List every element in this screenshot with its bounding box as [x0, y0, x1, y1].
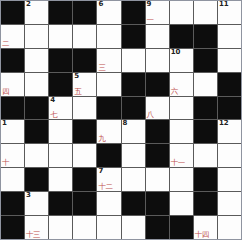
down-clue-number: 12 — [219, 119, 229, 128]
cell-r6c0[interactable]: 十 — [1, 144, 24, 167]
cell-r9c5[interactable] — [122, 216, 145, 239]
across-clue-number-chinese: 六 — [171, 87, 178, 96]
cell-r9c9[interactable] — [218, 216, 241, 239]
down-clue-number: 10 — [171, 48, 181, 57]
down-clue-number: 5 — [74, 72, 79, 81]
cell-r1c6[interactable] — [146, 25, 169, 48]
cell-r2c5[interactable] — [122, 49, 145, 72]
cell-r5c5[interactable]: 8 — [122, 120, 145, 143]
blocked-cell-r0c0 — [1, 1, 24, 24]
cell-r0c8[interactable] — [194, 1, 217, 24]
cell-r0c1[interactable]: 2 — [25, 1, 48, 24]
cell-r0c4[interactable]: 6 — [97, 1, 120, 24]
down-clue-number: 2 — [26, 0, 31, 9]
blocked-cell-r6c6 — [146, 144, 169, 167]
cell-r3c4[interactable] — [97, 73, 120, 96]
across-clue-number-chinese: 九 — [98, 134, 105, 143]
cell-r5c4[interactable]: 九 — [97, 120, 120, 143]
blocked-cell-r2c2 — [49, 49, 72, 72]
blocked-cell-r4c1 — [25, 97, 48, 120]
blocked-cell-r7c1 — [25, 168, 48, 191]
cell-r9c8[interactable]: 十四 — [194, 216, 217, 239]
across-clue-number-chinese: 十二 — [98, 182, 112, 191]
down-clue-number: 1 — [2, 119, 7, 128]
blocked-cell-r3c5 — [122, 73, 145, 96]
blocked-cell-r8c2 — [49, 192, 72, 215]
cell-r6c3[interactable] — [73, 144, 96, 167]
cell-r0c7[interactable] — [170, 1, 193, 24]
blocked-cell-r3c2 — [49, 73, 72, 96]
blocked-cell-r6c4 — [97, 144, 120, 167]
cell-r7c4[interactable]: 7十二 — [97, 168, 120, 191]
cell-r7c9[interactable] — [218, 168, 241, 191]
cell-r4c3[interactable] — [73, 97, 96, 120]
cell-r1c1[interactable] — [25, 25, 48, 48]
cell-r3c0[interactable]: 四 — [1, 73, 24, 96]
across-clue-number-chinese: 七 — [50, 110, 57, 119]
blocked-cell-r8c3 — [73, 192, 96, 215]
cell-r9c2[interactable] — [49, 216, 72, 239]
cell-r5c9[interactable]: 12 — [218, 120, 241, 143]
cell-r7c7[interactable] — [170, 168, 193, 191]
cell-r8c7[interactable] — [170, 192, 193, 215]
blocked-cell-r0c5 — [122, 1, 145, 24]
across-clue-number-chinese: 四 — [2, 87, 9, 96]
blocked-cell-r3c9 — [218, 73, 241, 96]
cell-r2c7[interactable]: 10 — [170, 49, 193, 72]
blocked-cell-r4c5 — [122, 97, 145, 120]
blocked-cell-r1c7 — [170, 25, 193, 48]
blocked-cell-r1c5 — [122, 25, 145, 48]
cell-r7c0[interactable] — [1, 168, 24, 191]
blocked-cell-r4c9 — [218, 97, 241, 120]
across-clue-number-chinese: 十 — [2, 158, 9, 167]
cell-r7c2[interactable] — [49, 168, 72, 191]
blocked-cell-r5c8 — [194, 120, 217, 143]
cell-r3c3[interactable]: 5五 — [73, 73, 96, 96]
down-clue-number: 3 — [26, 191, 31, 200]
blocked-cell-r0c3 — [73, 1, 96, 24]
across-clue-number-chinese: 十一 — [171, 158, 185, 167]
cell-r7c5[interactable] — [122, 168, 145, 191]
cell-r1c0[interactable]: 二 — [1, 25, 24, 48]
cell-r5c7[interactable] — [170, 120, 193, 143]
across-clue-number-chinese: 一 — [147, 15, 154, 24]
blocked-cell-r2c0 — [1, 49, 24, 72]
crossword-board: 269一11二三10四5五六4七八1九812十十一7十二3十三十四 — [0, 0, 242, 240]
cell-r4c7[interactable] — [170, 97, 193, 120]
cell-r3c8[interactable] — [194, 73, 217, 96]
down-clue-number: 6 — [98, 0, 103, 9]
blocked-cell-r2c8 — [194, 49, 217, 72]
blocked-cell-r1c8 — [194, 25, 217, 48]
down-clue-number: 7 — [98, 167, 103, 176]
blocked-cell-r8c8 — [194, 192, 217, 215]
cell-r6c5[interactable] — [122, 144, 145, 167]
across-clue-number-chinese: 五 — [74, 87, 81, 96]
down-clue-number: 4 — [50, 96, 55, 105]
cell-r8c1[interactable]: 3 — [25, 192, 48, 215]
cell-r6c1[interactable] — [25, 144, 48, 167]
blocked-cell-r5c6 — [146, 120, 169, 143]
blocked-cell-r4c8 — [194, 97, 217, 120]
cell-r9c3[interactable] — [73, 216, 96, 239]
cell-r2c9[interactable] — [218, 49, 241, 72]
blocked-cell-r7c3 — [73, 168, 96, 191]
cell-r8c9[interactable] — [218, 192, 241, 215]
blocked-cell-r8c6 — [146, 192, 169, 215]
cell-r5c2[interactable] — [49, 120, 72, 143]
blocked-cell-r4c0 — [1, 97, 24, 120]
cell-r5c0[interactable]: 1 — [1, 120, 24, 143]
cell-r8c4[interactable] — [97, 192, 120, 215]
cell-r2c1[interactable] — [25, 49, 48, 72]
across-clue-number-chinese: 十三 — [26, 230, 40, 239]
cell-r7c6[interactable] — [146, 168, 169, 191]
cell-r0c9[interactable]: 11 — [218, 1, 241, 24]
cell-r4c2[interactable]: 4七 — [49, 97, 72, 120]
cell-r4c6[interactable]: 八 — [146, 97, 169, 120]
cell-r6c8[interactable] — [194, 144, 217, 167]
across-clue-number-chinese: 十四 — [195, 230, 209, 239]
blocked-cell-r5c1 — [25, 120, 48, 143]
blocked-cell-r5c3 — [73, 120, 96, 143]
cell-r9c1[interactable]: 十三 — [25, 216, 48, 239]
down-clue-number: 9 — [147, 0, 152, 9]
blocked-cell-r4c4 — [97, 97, 120, 120]
cell-r0c6[interactable]: 9一 — [146, 1, 169, 24]
cell-r6c9[interactable] — [218, 144, 241, 167]
cell-r3c7[interactable]: 六 — [170, 73, 193, 96]
cell-r1c2[interactable] — [49, 25, 72, 48]
cell-r6c2[interactable] — [49, 144, 72, 167]
cell-r1c4[interactable] — [97, 25, 120, 48]
blocked-cell-r0c2 — [49, 1, 72, 24]
blocked-cell-r8c0 — [1, 192, 24, 215]
cell-r6c7[interactable]: 十一 — [170, 144, 193, 167]
blocked-cell-r7c8 — [194, 168, 217, 191]
down-clue-number: 8 — [123, 119, 128, 128]
cell-r9c4[interactable] — [97, 216, 120, 239]
cell-r1c9[interactable] — [218, 25, 241, 48]
blocked-cell-r9c7 — [170, 216, 193, 239]
cell-r2c6[interactable] — [146, 49, 169, 72]
blocked-cell-r8c5 — [122, 192, 145, 215]
down-clue-number: 11 — [219, 0, 229, 9]
blocked-cell-r9c0 — [1, 216, 24, 239]
across-clue-number-chinese: 三 — [98, 63, 105, 72]
across-clue-number-chinese: 二 — [2, 39, 9, 48]
blocked-cell-r3c6 — [146, 73, 169, 96]
cell-r2c4[interactable]: 三 — [97, 49, 120, 72]
cell-r3c1[interactable] — [25, 73, 48, 96]
cell-r1c3[interactable] — [73, 25, 96, 48]
blocked-cell-r9c6 — [146, 216, 169, 239]
blocked-cell-r2c3 — [73, 49, 96, 72]
across-clue-number-chinese: 八 — [147, 110, 154, 119]
